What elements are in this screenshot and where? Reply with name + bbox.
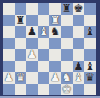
square-b5[interactable] [15, 38, 27, 50]
square-c8[interactable] [26, 3, 38, 15]
square-d6[interactable]: ♝ [38, 26, 50, 38]
square-g5[interactable] [73, 38, 85, 50]
white-pawn-icon: ♟ [49, 72, 61, 84]
square-a3[interactable] [3, 61, 15, 73]
square-a8[interactable] [3, 3, 15, 15]
square-e6[interactable]: ♞ [49, 26, 61, 38]
square-b7[interactable]: ♜ [15, 15, 27, 27]
square-b1[interactable] [15, 84, 27, 96]
white-pawn-icon: ♟ [3, 72, 15, 84]
black-pawn-icon: ♟ [26, 26, 38, 38]
square-d4[interactable] [38, 49, 50, 61]
square-f2[interactable]: ♞ [61, 72, 73, 84]
square-e2[interactable]: ♟ [49, 72, 61, 84]
square-c2[interactable] [26, 72, 38, 84]
square-d3[interactable] [38, 61, 50, 73]
board-grid: ♜♚♜♜♟♝♞♝♟♟♝♟♛♟♞♝♛♚ [3, 3, 96, 95]
black-knight-icon: ♞ [49, 26, 61, 38]
square-g4[interactable] [73, 49, 85, 61]
square-h8[interactable] [84, 3, 96, 15]
white-pawn-icon: ♟ [26, 49, 38, 61]
white-bishop-icon: ♝ [73, 72, 85, 84]
square-a5[interactable] [3, 38, 15, 50]
square-h6[interactable]: ♝ [84, 26, 96, 38]
square-f7[interactable] [61, 15, 73, 27]
square-a1[interactable] [3, 84, 15, 96]
square-e7[interactable]: ♜ [49, 15, 61, 27]
square-g8[interactable]: ♚ [73, 3, 85, 15]
square-d1[interactable] [38, 84, 50, 96]
square-d5[interactable] [38, 38, 50, 50]
square-d2[interactable] [38, 72, 50, 84]
square-h1[interactable] [84, 84, 96, 96]
square-h4[interactable] [84, 49, 96, 61]
window-bottom-edge [0, 96, 100, 98]
black-bishop-icon: ♝ [84, 26, 96, 38]
square-g3[interactable]: ♟ [73, 61, 85, 73]
white-queen-icon: ♛ [15, 72, 27, 84]
square-h5[interactable] [84, 38, 96, 50]
square-g7[interactable] [73, 15, 85, 27]
square-d7[interactable] [38, 15, 50, 27]
square-e4[interactable] [49, 49, 61, 61]
square-e1[interactable] [49, 84, 61, 96]
square-f5[interactable] [61, 38, 73, 50]
white-bishop-icon: ♝ [38, 26, 50, 38]
square-f1[interactable]: ♚ [61, 84, 73, 96]
square-c5[interactable] [26, 38, 38, 50]
square-b3[interactable] [15, 61, 27, 73]
square-a4[interactable] [3, 49, 15, 61]
square-a6[interactable] [3, 26, 15, 38]
square-g2[interactable]: ♝ [73, 72, 85, 84]
square-h3[interactable]: ♝ [84, 61, 96, 73]
square-c4[interactable]: ♟ [26, 49, 38, 61]
square-h7[interactable] [84, 15, 96, 27]
square-c7[interactable] [26, 15, 38, 27]
square-c6[interactable]: ♟ [26, 26, 38, 38]
square-f6[interactable] [61, 26, 73, 38]
square-b4[interactable] [15, 49, 27, 61]
square-f3[interactable] [61, 61, 73, 73]
square-b6[interactable] [15, 26, 27, 38]
white-knight-icon: ♞ [61, 72, 73, 84]
square-h2[interactable]: ♛ [84, 72, 96, 84]
square-a7[interactable] [3, 15, 15, 27]
black-queen-icon: ♛ [84, 72, 96, 84]
square-d8[interactable] [38, 3, 50, 15]
square-e8[interactable] [49, 3, 61, 15]
square-g6[interactable] [73, 26, 85, 38]
black-rook-icon: ♜ [61, 3, 73, 15]
square-c3[interactable] [26, 61, 38, 73]
black-rook-icon: ♜ [15, 15, 27, 27]
square-a2[interactable]: ♟ [3, 72, 15, 84]
white-rook-icon: ♜ [49, 15, 61, 27]
square-e5[interactable] [49, 38, 61, 50]
square-f4[interactable] [61, 49, 73, 61]
square-b8[interactable] [15, 3, 27, 15]
square-c1[interactable] [26, 84, 38, 96]
black-king-icon: ♚ [73, 3, 85, 15]
square-b2[interactable]: ♛ [15, 72, 27, 84]
white-king-icon: ♚ [61, 84, 73, 96]
black-bishop-icon: ♝ [84, 61, 96, 73]
square-g1[interactable] [73, 84, 85, 96]
black-pawn-icon: ♟ [73, 61, 85, 73]
chess-board-window: ♜♚♜♜♟♝♞♝♟♟♝♟♛♟♞♝♛♚ [0, 0, 100, 98]
square-e3[interactable] [49, 61, 61, 73]
square-f8[interactable]: ♜ [61, 3, 73, 15]
